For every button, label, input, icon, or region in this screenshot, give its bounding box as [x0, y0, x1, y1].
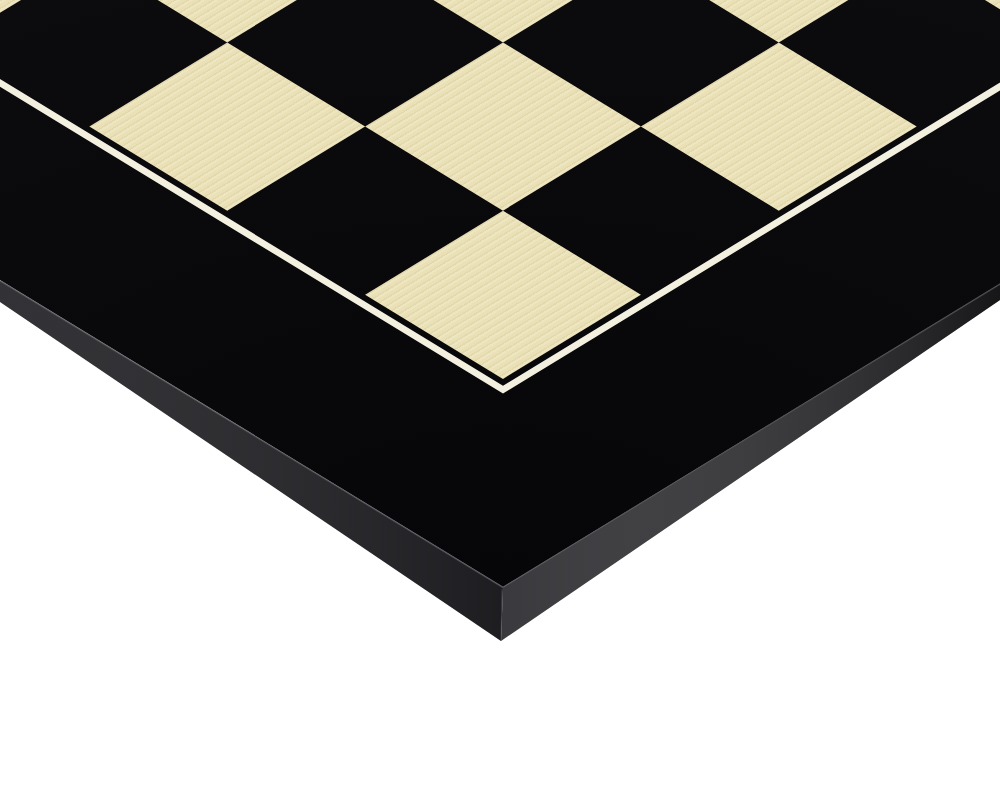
product-photo	[0, 0, 1000, 800]
playing-area	[0, 0, 1000, 379]
